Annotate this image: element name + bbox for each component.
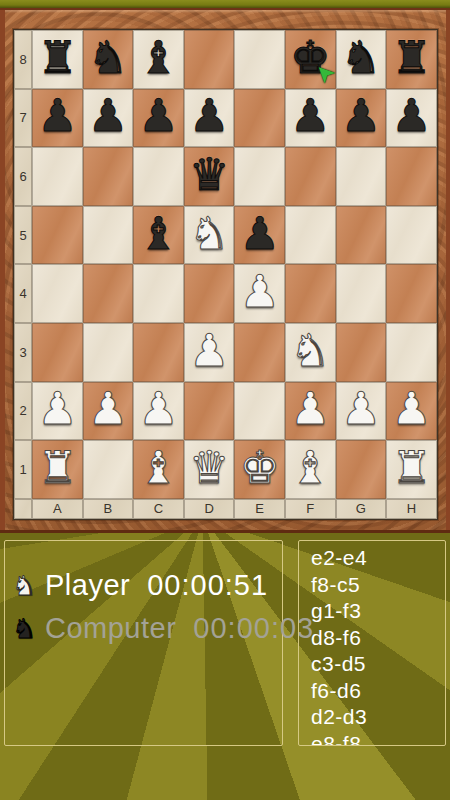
- square-e6[interactable]: [234, 147, 285, 206]
- piece-black-rook[interactable]: ♜: [391, 35, 431, 80]
- square-a6[interactable]: [32, 147, 83, 206]
- move-entry: d2-d3: [311, 704, 445, 731]
- rank-label-6: 6: [14, 147, 32, 206]
- square-f7[interactable]: ♟: [285, 89, 336, 148]
- piece-black-pawn[interactable]: ♟: [290, 93, 330, 138]
- rank-label-8: 8: [14, 30, 32, 89]
- square-f3[interactable]: ♞: [285, 323, 336, 382]
- square-d7[interactable]: ♟: [184, 89, 235, 148]
- piece-black-bishop[interactable]: ♝: [138, 211, 178, 256]
- move-entry: f8-c5: [311, 572, 445, 599]
- square-c1[interactable]: ♝: [133, 440, 184, 499]
- piece-black-pawn[interactable]: ♟: [240, 211, 280, 256]
- white-knight-icon: ♞: [9, 572, 39, 599]
- piece-white-pawn[interactable]: ♟: [290, 386, 330, 431]
- piece-black-queen[interactable]: ♛: [189, 152, 229, 197]
- piece-white-knight[interactable]: ♞: [189, 211, 229, 256]
- square-g3[interactable]: [336, 323, 387, 382]
- square-h4[interactable]: [386, 264, 437, 323]
- square-h8[interactable]: ♜: [386, 30, 437, 89]
- piece-black-pawn[interactable]: ♟: [341, 93, 381, 138]
- square-f6[interactable]: [285, 147, 336, 206]
- square-h5[interactable]: [386, 206, 437, 265]
- piece-black-pawn[interactable]: ♟: [189, 93, 229, 138]
- square-f5[interactable]: [285, 206, 336, 265]
- player-row-white: ♞ Player 00:00:51: [9, 565, 282, 605]
- file-label-C: C: [133, 499, 184, 519]
- piece-black-knight[interactable]: ♞: [88, 35, 128, 80]
- square-b1[interactable]: [83, 440, 134, 499]
- square-h2[interactable]: ♟: [386, 382, 437, 441]
- square-e4[interactable]: ♟: [234, 264, 285, 323]
- square-h7[interactable]: ♟: [386, 89, 437, 148]
- square-c7[interactable]: ♟: [133, 89, 184, 148]
- piece-black-pawn[interactable]: ♟: [37, 93, 77, 138]
- rank-label-3: 3: [14, 323, 32, 382]
- square-g2[interactable]: ♟: [336, 382, 387, 441]
- move-entry: c3-d5: [311, 651, 445, 678]
- file-label-D: D: [184, 499, 235, 519]
- piece-white-pawn[interactable]: ♟: [240, 269, 280, 314]
- square-b6[interactable]: [83, 147, 134, 206]
- piece-black-pawn[interactable]: ♟: [391, 93, 431, 138]
- square-a3[interactable]: [32, 323, 83, 382]
- square-a4[interactable]: [32, 264, 83, 323]
- square-g1[interactable]: [336, 440, 387, 499]
- square-d6[interactable]: ♛: [184, 147, 235, 206]
- square-e8[interactable]: [234, 30, 285, 89]
- piece-white-rook[interactable]: ♜: [391, 445, 431, 490]
- square-g7[interactable]: ♟: [336, 89, 387, 148]
- piece-white-pawn[interactable]: ♟: [88, 386, 128, 431]
- square-a5[interactable]: [32, 206, 83, 265]
- square-b3[interactable]: [83, 323, 134, 382]
- piece-white-rook[interactable]: ♜: [37, 445, 77, 490]
- computer-name: Computer: [45, 612, 176, 645]
- player-clock: 00:00:51: [147, 569, 268, 602]
- square-c8[interactable]: ♝: [133, 30, 184, 89]
- players-info-box: ♞ Player 00:00:51 ♞ Computer 00:00:03: [4, 540, 283, 746]
- piece-white-bishop[interactable]: ♝: [290, 445, 330, 490]
- square-a7[interactable]: ♟: [32, 89, 83, 148]
- player-name: Player: [45, 569, 130, 602]
- move-entry: g1-f3: [311, 598, 445, 625]
- file-label-A: A: [32, 499, 83, 519]
- player-row-black: ♞ Computer 00:00:03: [9, 608, 282, 648]
- move-entry: f6-d6: [311, 678, 445, 705]
- square-b4[interactable]: [83, 264, 134, 323]
- square-f1[interactable]: ♝: [285, 440, 336, 499]
- square-e2[interactable]: [234, 382, 285, 441]
- square-a2[interactable]: ♟: [32, 382, 83, 441]
- rank-label-7: 7: [14, 89, 32, 148]
- rank-label-2: 2: [14, 382, 32, 441]
- square-c5[interactable]: ♝: [133, 206, 184, 265]
- piece-black-rook[interactable]: ♜: [37, 35, 77, 80]
- rank-label-4: 4: [14, 264, 32, 323]
- square-e5[interactable]: ♟: [234, 206, 285, 265]
- square-g4[interactable]: [336, 264, 387, 323]
- piece-white-pawn[interactable]: ♟: [37, 386, 77, 431]
- piece-black-bishop[interactable]: ♝: [138, 35, 178, 80]
- square-g5[interactable]: [336, 206, 387, 265]
- rank-label-1: 1: [14, 440, 32, 499]
- corner-cell: [14, 499, 32, 519]
- file-label-H: H: [386, 499, 437, 519]
- square-a1[interactable]: ♜: [32, 440, 83, 499]
- file-label-E: E: [234, 499, 285, 519]
- piece-white-pawn[interactable]: ♟: [391, 386, 431, 431]
- square-d3[interactable]: ♟: [184, 323, 235, 382]
- piece-white-bishop[interactable]: ♝: [138, 445, 178, 490]
- square-d5[interactable]: ♞: [184, 206, 235, 265]
- square-a8[interactable]: ♜: [32, 30, 83, 89]
- board[interactable]: 8♜♞♝♚➤♞♜7♟♟♟♟♟♟♟6♛5♝♞♟4♟3♟♞2♟♟♟♟♟♟1♜♝♛♚♝…: [14, 30, 437, 519]
- piece-black-pawn[interactable]: ♟: [138, 93, 178, 138]
- square-d2[interactable]: [184, 382, 235, 441]
- piece-black-knight[interactable]: ♞: [341, 35, 381, 80]
- piece-white-pawn[interactable]: ♟: [189, 328, 229, 373]
- square-g6[interactable]: [336, 147, 387, 206]
- square-c6[interactable]: [133, 147, 184, 206]
- computer-clock: 00:00:03: [193, 612, 314, 645]
- square-d4[interactable]: [184, 264, 235, 323]
- square-f4[interactable]: [285, 264, 336, 323]
- square-c4[interactable]: [133, 264, 184, 323]
- piece-white-pawn[interactable]: ♟: [341, 386, 381, 431]
- square-h1[interactable]: ♜: [386, 440, 437, 499]
- board-frame: 8♜♞♝♚➤♞♜7♟♟♟♟♟♟♟6♛5♝♞♟4♟3♟♞2♟♟♟♟♟♟1♜♝♛♚♝…: [0, 8, 450, 533]
- square-e3[interactable]: [234, 323, 285, 382]
- square-b2[interactable]: ♟: [83, 382, 134, 441]
- square-c2[interactable]: ♟: [133, 382, 184, 441]
- move-list[interactable]: e2-e4f8-c5g1-f3d8-f6c3-d5f6-d6d2-d3e8-f8: [298, 540, 446, 746]
- square-e7[interactable]: [234, 89, 285, 148]
- rank-label-5: 5: [14, 206, 32, 265]
- square-f8[interactable]: ♚➤: [285, 30, 336, 89]
- piece-black-pawn[interactable]: ♟: [88, 93, 128, 138]
- black-knight-icon: ♞: [9, 615, 39, 642]
- square-g8[interactable]: ♞: [336, 30, 387, 89]
- piece-white-knight[interactable]: ♞: [290, 328, 330, 373]
- square-d8[interactable]: [184, 30, 235, 89]
- square-b8[interactable]: ♞: [83, 30, 134, 89]
- square-e1[interactable]: ♚: [234, 440, 285, 499]
- square-h6[interactable]: [386, 147, 437, 206]
- move-entry: e8-f8: [311, 731, 445, 747]
- piece-white-king[interactable]: ♚: [240, 445, 280, 490]
- file-label-B: B: [83, 499, 134, 519]
- piece-white-queen[interactable]: ♛: [189, 445, 229, 490]
- bottom-panel: ♞ Player 00:00:51 ♞ Computer 00:00:03 e2…: [0, 533, 450, 800]
- move-entry: d8-f6: [311, 625, 445, 652]
- square-h3[interactable]: [386, 323, 437, 382]
- move-entry: e2-e4: [311, 545, 445, 572]
- square-b7[interactable]: ♟: [83, 89, 134, 148]
- file-label-G: G: [336, 499, 387, 519]
- file-label-F: F: [285, 499, 336, 519]
- piece-white-pawn[interactable]: ♟: [138, 386, 178, 431]
- square-f2[interactable]: ♟: [285, 382, 336, 441]
- square-b5[interactable]: [83, 206, 134, 265]
- square-d1[interactable]: ♛: [184, 440, 235, 499]
- square-c3[interactable]: [133, 323, 184, 382]
